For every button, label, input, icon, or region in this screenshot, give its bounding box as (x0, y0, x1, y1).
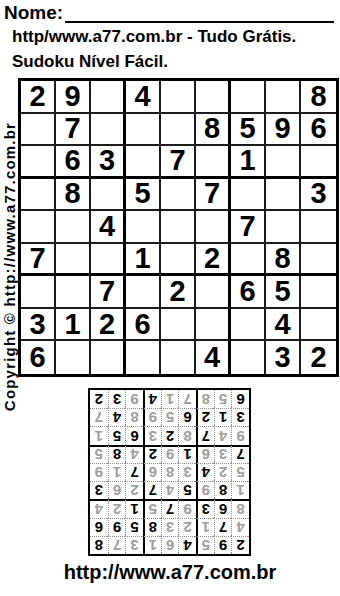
solution-cell-r7c7: 6 (125, 426, 143, 444)
puzzle-cell-r6c4: 1 (126, 244, 161, 277)
puzzle-cell-r3c6 (196, 146, 231, 179)
solution-cell-r6c7: 4 (125, 445, 143, 463)
puzzle-cell-r6c8: 8 (266, 244, 301, 277)
solution-cell-r3c6: 5 (143, 499, 161, 517)
solution-cell-r6c1: 7 (231, 445, 249, 463)
solution-cell-r8c8: 4 (108, 408, 126, 426)
solution-cell-r5c3: 4 (196, 463, 214, 481)
solution-cell-r6c3: 6 (196, 445, 214, 463)
puzzle-cell-r4c9: 3 (301, 179, 336, 212)
puzzle-cell-r4c2: 8 (56, 179, 91, 212)
solution-cell-r4c8: 6 (108, 481, 126, 499)
solution-cell-r9c3: 8 (196, 390, 214, 408)
puzzle-cell-r6c1: 7 (21, 244, 56, 277)
puzzle-cell-r2c6: 8 (196, 114, 231, 147)
puzzle-cell-r4c5 (161, 179, 196, 212)
puzzle-cell-r3c2: 6 (56, 146, 91, 179)
solution-cell-r2c6: 8 (143, 518, 161, 536)
puzzle-cell-r9c1: 6 (21, 341, 56, 374)
puzzle-cell-r4c6: 7 (196, 179, 231, 212)
solution-cell-r9c4: 7 (178, 390, 196, 408)
puzzle-cell-r8c6 (196, 309, 231, 342)
puzzle-cell-r1c9: 8 (301, 81, 336, 114)
puzzle-cell-r8c1: 3 (21, 309, 56, 342)
puzzle-cell-r7c9 (301, 276, 336, 309)
puzzle-cell-r6c9 (301, 244, 336, 277)
solution-cell-r5c5: 8 (161, 463, 179, 481)
solution-cell-r8c9: 7 (90, 408, 108, 426)
puzzle-cell-r3c9 (301, 146, 336, 179)
puzzle-cell-r9c9: 2 (301, 341, 336, 374)
puzzle-cell-r6c7 (231, 244, 266, 277)
solution-cell-r4c7: 2 (125, 481, 143, 499)
puzzle-cell-r5c6 (196, 211, 231, 244)
puzzle-cell-r5c8 (266, 211, 301, 244)
puzzle-cell-r8c4: 6 (126, 309, 161, 342)
puzzle-cell-r8c2: 1 (56, 309, 91, 342)
solution-cell-r6c6: 2 (143, 445, 161, 463)
solution-cell-r9c1: 6 (231, 390, 249, 408)
solution-cell-r7c1: 9 (231, 426, 249, 444)
puzzle-cell-r7c8: 5 (266, 276, 301, 309)
page-header: Nome: http/www.a77.com.br - Tudo Grátis.… (4, 2, 336, 72)
solution-cell-r3c4: 9 (178, 499, 196, 517)
solution-cell-r7c6: 3 (143, 426, 161, 444)
puzzle-cell-r6c2 (56, 244, 91, 277)
puzzle-cell-r8c3: 2 (91, 309, 126, 342)
solution-cell-r5c1: 5 (231, 463, 249, 481)
solution-cell-r6c9: 5 (90, 445, 108, 463)
puzzle-cell-r4c7 (231, 179, 266, 212)
name-fill-in-line (65, 2, 334, 23)
puzzle-cell-r6c3 (91, 244, 126, 277)
puzzle-cell-r9c8: 3 (266, 341, 301, 374)
puzzle-cell-r8c7 (231, 309, 266, 342)
sudoku-puzzle-grid: 294878596637185734771287265312646432 (18, 78, 339, 377)
solution-cell-r7c3: 7 (196, 426, 214, 444)
puzzle-cell-r9c5 (161, 341, 196, 374)
puzzle-cell-r9c7 (231, 341, 266, 374)
puzzle-cell-r2c9: 6 (301, 114, 336, 147)
solution-cell-r8c7: 8 (125, 408, 143, 426)
solution-cell-r1c3: 5 (196, 536, 214, 554)
puzzle-cell-r9c6: 4 (196, 341, 231, 374)
puzzle-title: Sudoku Nível Fácil. (12, 52, 336, 72)
puzzle-cell-r4c3 (91, 179, 126, 212)
solution-cell-r6c5: 9 (161, 445, 179, 463)
solution-cell-r3c7: 1 (125, 499, 143, 517)
puzzle-cell-r2c8: 9 (266, 114, 301, 147)
solution-cell-r4c9: 3 (90, 481, 108, 499)
puzzle-cell-r2c3 (91, 114, 126, 147)
puzzle-cell-r2c5 (161, 114, 196, 147)
solution-cell-r4c1: 1 (231, 481, 249, 499)
solution-cell-r8c5: 5 (161, 408, 179, 426)
solution-cell-r1c8: 7 (108, 536, 126, 554)
solution-cell-r3c3: 3 (196, 499, 214, 517)
solution-cell-r2c8: 9 (108, 518, 126, 536)
solution-cell-r5c8: 1 (108, 463, 126, 481)
name-row: Nome: (4, 2, 336, 23)
puzzle-cell-r8c9 (301, 309, 336, 342)
puzzle-cell-r1c8 (266, 81, 301, 114)
solution-cell-r7c9: 1 (90, 426, 108, 444)
solution-cell-r9c9: 2 (90, 390, 108, 408)
sudoku-solution-grid-rotated: 2954613784712385968639751241895472635243… (88, 388, 251, 556)
puzzle-cell-r3c7: 1 (231, 146, 266, 179)
puzzle-cell-r8c5 (161, 309, 196, 342)
solution-cell-r8c1: 3 (231, 408, 249, 426)
puzzle-cell-r9c3 (91, 341, 126, 374)
solution-cell-r9c5: 1 (161, 390, 179, 408)
solution-cell-r3c9: 4 (90, 499, 108, 517)
copyright-vertical-text: Copyright © http://www.a77.com.br (2, 89, 17, 445)
solution-cell-r2c2: 7 (214, 518, 232, 536)
solution-cell-r3c2: 6 (214, 499, 232, 517)
solution-cell-r9c7: 9 (125, 390, 143, 408)
solution-cell-r6c2: 3 (214, 445, 232, 463)
puzzle-cell-r7c7: 6 (231, 276, 266, 309)
solution-cell-r2c9: 6 (90, 518, 108, 536)
solution-cell-r5c9: 9 (90, 463, 108, 481)
puzzle-cell-r3c3: 3 (91, 146, 126, 179)
puzzle-cell-r6c6: 2 (196, 244, 231, 277)
solution-cell-r1c9: 8 (90, 536, 108, 554)
solution-cell-r8c4: 6 (178, 408, 196, 426)
puzzle-cell-r1c2: 9 (56, 81, 91, 114)
solution-cell-r6c4: 1 (178, 445, 196, 463)
solution-cell-r7c4: 8 (178, 426, 196, 444)
footer-url: http://www.a77.com.br (0, 561, 340, 584)
puzzle-cell-r3c8 (266, 146, 301, 179)
solution-cell-r1c2: 9 (214, 536, 232, 554)
solution-cell-r7c2: 4 (214, 426, 232, 444)
puzzle-cell-r5c9 (301, 211, 336, 244)
puzzle-cell-r2c2: 7 (56, 114, 91, 147)
solution-cell-r2c5: 3 (161, 518, 179, 536)
puzzle-cell-r5c1 (21, 211, 56, 244)
solution-cell-r8c2: 1 (214, 408, 232, 426)
puzzle-cell-r1c4: 4 (126, 81, 161, 114)
puzzle-cell-r2c7: 5 (231, 114, 266, 147)
solution-cell-r5c4: 3 (178, 463, 196, 481)
solution-cell-r7c5: 2 (161, 426, 179, 444)
solution-cell-r7c8: 5 (108, 426, 126, 444)
puzzle-cell-r7c4 (126, 276, 161, 309)
solution-cell-r1c7: 3 (125, 536, 143, 554)
solution-cell-r8c3: 2 (196, 408, 214, 426)
solution-cell-r3c1: 8 (231, 499, 249, 517)
solution-cell-r9c8: 3 (108, 390, 126, 408)
puzzle-cell-r7c6 (196, 276, 231, 309)
puzzle-cell-r5c7: 7 (231, 211, 266, 244)
solution-cell-r4c3: 9 (196, 481, 214, 499)
name-label: Nome: (4, 3, 63, 23)
puzzle-cell-r3c5: 7 (161, 146, 196, 179)
solution-cell-r9c6: 4 (143, 390, 161, 408)
site-tagline: http/www.a77.com.br - Tudo Grátis. (12, 27, 336, 47)
puzzle-cell-r7c5: 2 (161, 276, 196, 309)
solution-cell-r4c2: 8 (214, 481, 232, 499)
solution-cell-r5c6: 6 (143, 463, 161, 481)
puzzle-cell-r5c2 (56, 211, 91, 244)
solution-cell-r2c1: 4 (231, 518, 249, 536)
puzzle-cell-r2c1 (21, 114, 56, 147)
solution-cell-r3c5: 7 (161, 499, 179, 517)
puzzle-cell-r9c2 (56, 341, 91, 374)
solution-cell-r4c4: 5 (178, 481, 196, 499)
solution-cell-r4c5: 4 (161, 481, 179, 499)
puzzle-cell-r5c5 (161, 211, 196, 244)
puzzle-cell-r4c4: 5 (126, 179, 161, 212)
puzzle-cell-r3c4 (126, 146, 161, 179)
puzzle-cell-r7c3: 7 (91, 276, 126, 309)
solution-cell-r1c1: 2 (231, 536, 249, 554)
solution-cell-r8c6: 9 (143, 408, 161, 426)
solution-cell-r3c8: 2 (108, 499, 126, 517)
puzzle-cell-r5c4 (126, 211, 161, 244)
solution-cell-r4c6: 7 (143, 481, 161, 499)
solution-cell-r2c7: 5 (125, 518, 143, 536)
solution-cell-r1c6: 1 (143, 536, 161, 554)
puzzle-cell-r4c8 (266, 179, 301, 212)
puzzle-cell-r7c1 (21, 276, 56, 309)
puzzle-cell-r1c1: 2 (21, 81, 56, 114)
puzzle-cell-r9c4 (126, 341, 161, 374)
solution-cell-r6c8: 8 (108, 445, 126, 463)
puzzle-cell-r1c5 (161, 81, 196, 114)
solution-cell-r9c2: 5 (214, 390, 232, 408)
solution-cell-r1c5: 6 (161, 536, 179, 554)
solution-cell-r2c3: 1 (196, 518, 214, 536)
solution-cell-r5c2: 2 (214, 463, 232, 481)
solution-cell-r1c4: 4 (178, 536, 196, 554)
puzzle-cell-r6c5 (161, 244, 196, 277)
puzzle-cell-r1c7 (231, 81, 266, 114)
puzzle-cell-r2c4 (126, 114, 161, 147)
solution-cell-r2c4: 2 (178, 518, 196, 536)
puzzle-cell-r4c1 (21, 179, 56, 212)
puzzle-cell-r8c8: 4 (266, 309, 301, 342)
solution-cell-r5c7: 7 (125, 463, 143, 481)
puzzle-cell-r7c2 (56, 276, 91, 309)
puzzle-cell-r3c1 (21, 146, 56, 179)
puzzle-cell-r5c3: 4 (91, 211, 126, 244)
puzzle-cell-r1c6 (196, 81, 231, 114)
puzzle-cell-r1c3 (91, 81, 126, 114)
